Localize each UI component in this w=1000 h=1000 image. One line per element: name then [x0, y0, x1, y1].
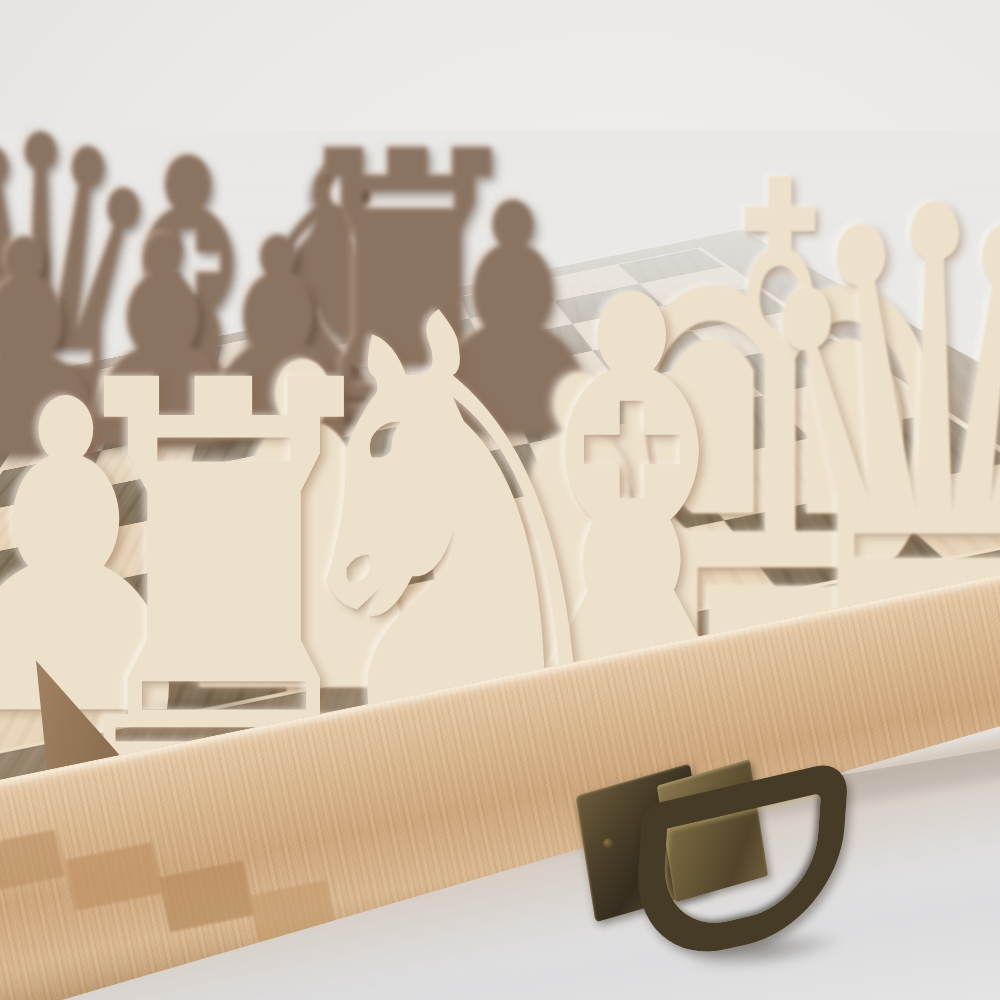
piece-dark-q-a8: ♛	[0, 83, 228, 503]
piece-dark-b-b8: ♝	[18, 111, 359, 491]
piece-dark-p-b7: ♟	[33, 200, 293, 490]
finger-joint	[159, 860, 255, 932]
piece-dark-r-d8: ♜	[242, 104, 574, 474]
finger-joint	[0, 829, 65, 892]
piece-dark-p-a7: ♟	[0, 202, 159, 502]
piece-shadow	[0, 651, 156, 694]
piece-dark-n-c8: ♞	[157, 121, 480, 481]
piece-dark-p-e7: ♟	[370, 162, 657, 482]
finger-joint	[65, 842, 162, 911]
chess-set-photo: ♛♟♝♟♞♟♜♟♟♜♟♞♟♝♚♛	[0, 0, 1000, 1000]
piece-dark-p-c7: ♟	[152, 202, 403, 482]
